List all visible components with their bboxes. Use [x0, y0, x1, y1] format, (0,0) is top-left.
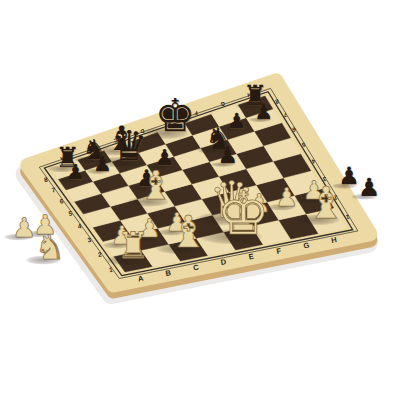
piece-white-king-e1[interactable]: ♚ [217, 185, 270, 244]
piece-white-rook-a1[interactable]: ♜ [117, 228, 150, 264]
piece-black-pawn-a7[interactable]: ♟ [66, 161, 85, 182]
piece-white-pawn-g2[interactable]: ♟ [275, 185, 298, 211]
captured-white-knight[interactable]: ♞ [35, 230, 65, 264]
captured-white-pawn[interactable]: ♟ [12, 214, 36, 241]
piece-black-pawn-b7[interactable]: ♟ [93, 153, 112, 174]
chess-set-photo: AABBCCDDEEFFGGHH1122334455667788 ♜♞♝♚♜♟♟… [0, 0, 400, 400]
piece-black-pawn-h7[interactable]: ♟ [254, 101, 273, 122]
piece-white-bishop-h1[interactable]: ♝ [306, 181, 346, 225]
piece-black-pawn-f5[interactable]: ♟ [218, 144, 238, 167]
captured-black-pawn[interactable]: ♟ [358, 175, 380, 200]
piece-black-king-e8[interactable]: ♚ [155, 93, 196, 138]
piece-white-bishop-c4[interactable]: ♝ [138, 167, 173, 207]
piece-white-bishop-c1[interactable]: ♝ [168, 210, 208, 254]
piece-black-queen-c7[interactable]: ♛ [111, 126, 148, 167]
